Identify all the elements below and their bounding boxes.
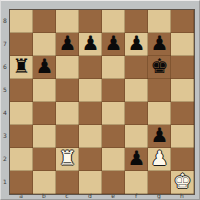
piece-white-rook[interactable]: ♜: [59, 147, 77, 170]
square-d8[interactable]: [79, 10, 102, 33]
square-g7[interactable]: ♟: [148, 33, 171, 56]
chessboard-frame: ♟♟♟♟♟♜♟♚♟♜♟♟♚ 87654321abcdefgh: [0, 0, 200, 200]
square-c6[interactable]: [56, 56, 79, 79]
square-d4[interactable]: [79, 102, 102, 125]
square-e1[interactable]: [102, 171, 125, 194]
piece-black-pawn[interactable]: ♟: [59, 32, 77, 55]
square-c4[interactable]: [56, 102, 79, 125]
chess-board: ♟♟♟♟♟♜♟♚♟♜♟♟♚: [9, 9, 195, 195]
square-f7[interactable]: ♟: [125, 33, 148, 56]
rank-label-2: 2: [1, 156, 9, 162]
file-label-c: c: [63, 193, 71, 199]
file-label-e: e: [109, 193, 117, 199]
square-f6[interactable]: [125, 56, 148, 79]
square-c1[interactable]: [56, 171, 79, 194]
square-d5[interactable]: [79, 79, 102, 102]
square-b2[interactable]: [33, 148, 56, 171]
square-h4[interactable]: [171, 102, 194, 125]
square-g2[interactable]: ♟: [148, 148, 171, 171]
square-c3[interactable]: [56, 125, 79, 148]
square-g3[interactable]: ♟: [148, 125, 171, 148]
piece-black-pawn[interactable]: ♟: [105, 32, 123, 55]
square-a3[interactable]: [10, 125, 33, 148]
piece-black-rook[interactable]: ♜: [13, 55, 31, 78]
square-h5[interactable]: [171, 79, 194, 102]
square-f4[interactable]: [125, 102, 148, 125]
square-f3[interactable]: [125, 125, 148, 148]
square-d1[interactable]: [79, 171, 102, 194]
square-f2[interactable]: ♟: [125, 148, 148, 171]
square-a4[interactable]: [10, 102, 33, 125]
square-f1[interactable]: [125, 171, 148, 194]
square-h2[interactable]: [171, 148, 194, 171]
square-c2[interactable]: ♜: [56, 148, 79, 171]
square-h7[interactable]: [171, 33, 194, 56]
piece-black-pawn[interactable]: ♟: [36, 55, 54, 78]
square-e3[interactable]: [102, 125, 125, 148]
square-a7[interactable]: [10, 33, 33, 56]
square-b5[interactable]: [33, 79, 56, 102]
file-label-d: d: [86, 193, 94, 199]
file-label-b: b: [40, 193, 48, 199]
square-d7[interactable]: ♟: [79, 33, 102, 56]
square-e7[interactable]: ♟: [102, 33, 125, 56]
square-h1[interactable]: ♚: [171, 171, 194, 194]
square-b6[interactable]: ♟: [33, 56, 56, 79]
piece-black-pawn[interactable]: ♟: [151, 32, 169, 55]
square-b8[interactable]: [33, 10, 56, 33]
square-e2[interactable]: [102, 148, 125, 171]
rank-label-3: 3: [1, 133, 9, 139]
rank-label-6: 6: [1, 64, 9, 70]
square-h3[interactable]: [171, 125, 194, 148]
square-a1[interactable]: [10, 171, 33, 194]
square-d2[interactable]: [79, 148, 102, 171]
piece-white-king[interactable]: ♚: [174, 170, 192, 193]
square-g8[interactable]: [148, 10, 171, 33]
piece-black-pawn[interactable]: ♟: [82, 32, 100, 55]
file-label-g: g: [155, 193, 163, 199]
square-e8[interactable]: [102, 10, 125, 33]
square-b7[interactable]: [33, 33, 56, 56]
piece-black-pawn[interactable]: ♟: [151, 124, 169, 147]
rank-label-5: 5: [1, 87, 9, 93]
square-b4[interactable]: [33, 102, 56, 125]
square-c7[interactable]: ♟: [56, 33, 79, 56]
piece-black-pawn[interactable]: ♟: [128, 147, 146, 170]
square-e4[interactable]: [102, 102, 125, 125]
square-a5[interactable]: [10, 79, 33, 102]
square-h8[interactable]: [171, 10, 194, 33]
square-g1[interactable]: [148, 171, 171, 194]
piece-black-pawn[interactable]: ♟: [128, 32, 146, 55]
square-a8[interactable]: [10, 10, 33, 33]
square-b1[interactable]: [33, 171, 56, 194]
square-b3[interactable]: [33, 125, 56, 148]
file-label-a: a: [17, 193, 25, 199]
rank-label-8: 8: [1, 18, 9, 24]
square-c8[interactable]: [56, 10, 79, 33]
rank-label-4: 4: [1, 110, 9, 116]
square-g4[interactable]: [148, 102, 171, 125]
square-g6[interactable]: ♚: [148, 56, 171, 79]
square-e5[interactable]: [102, 79, 125, 102]
rank-label-7: 7: [1, 41, 9, 47]
square-h6[interactable]: [171, 56, 194, 79]
square-d3[interactable]: [79, 125, 102, 148]
piece-white-pawn[interactable]: ♟: [151, 147, 169, 170]
square-a6[interactable]: ♜: [10, 56, 33, 79]
file-label-h: h: [178, 193, 186, 199]
file-label-f: f: [132, 193, 140, 199]
piece-black-king[interactable]: ♚: [151, 55, 169, 78]
square-f8[interactable]: [125, 10, 148, 33]
square-d6[interactable]: [79, 56, 102, 79]
square-a2[interactable]: [10, 148, 33, 171]
square-g5[interactable]: [148, 79, 171, 102]
square-f5[interactable]: [125, 79, 148, 102]
square-c5[interactable]: [56, 79, 79, 102]
square-e6[interactable]: [102, 56, 125, 79]
rank-label-1: 1: [1, 179, 9, 185]
